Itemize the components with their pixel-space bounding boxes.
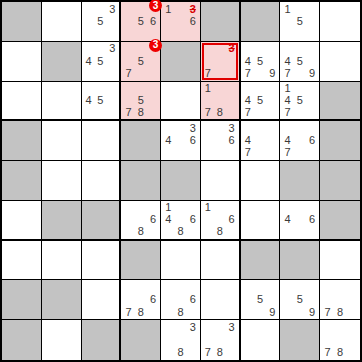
candidate-8: 8 bbox=[334, 306, 347, 318]
cell-r3c5[interactable] bbox=[161, 82, 201, 122]
cell-r8c7[interactable]: 59 bbox=[241, 280, 281, 320]
candidate-7: 7 bbox=[242, 147, 254, 159]
cell-r4c4[interactable] bbox=[121, 121, 161, 161]
cell-r9c1[interactable] bbox=[2, 320, 42, 360]
cell-r8c4[interactable]: 678 bbox=[121, 280, 161, 320]
hint-eliminated-candidate-3: 3 bbox=[187, 3, 199, 15]
given-digit bbox=[121, 121, 160, 160]
candidate-6: 6 bbox=[147, 214, 159, 226]
candidate-5: 5 bbox=[94, 94, 106, 106]
solved-digit bbox=[201, 241, 239, 280]
cell-r2c5[interactable] bbox=[161, 42, 201, 82]
candidate-4: 4 bbox=[281, 55, 293, 67]
pencil-marks: 378 bbox=[202, 321, 238, 359]
pencil-marks: 4579 bbox=[242, 43, 279, 80]
given-digit bbox=[82, 320, 120, 360]
cell-r7c9[interactable] bbox=[320, 241, 360, 281]
candidate-7: 7 bbox=[122, 67, 134, 79]
candidate-7: 7 bbox=[321, 306, 334, 318]
cell-r2c2[interactable] bbox=[42, 42, 82, 82]
pencil-marks: 168 bbox=[202, 202, 238, 238]
given-digit bbox=[2, 2, 41, 41]
candidate-8: 8 bbox=[174, 226, 186, 238]
candidate-1: 1 bbox=[281, 3, 293, 15]
given-digit bbox=[2, 161, 41, 200]
candidate-1: 1 bbox=[202, 202, 214, 214]
cell-r8c9[interactable]: 78 bbox=[320, 280, 360, 320]
given-digit bbox=[280, 320, 319, 360]
given-digit bbox=[320, 121, 360, 160]
candidate-7: 7 bbox=[202, 106, 214, 118]
cell-r7c4[interactable] bbox=[121, 241, 161, 281]
candidate-5: 5 bbox=[254, 94, 266, 106]
hint-circled-candidate-3: 3 bbox=[149, 39, 162, 52]
given-digit bbox=[320, 201, 360, 239]
pencil-marks: 345 bbox=[83, 43, 119, 80]
cell-r1c1[interactable] bbox=[2, 2, 42, 42]
cell-r3c3[interactable]: 45 bbox=[82, 82, 122, 122]
cell-r3c8[interactable]: 1457 bbox=[280, 82, 320, 122]
solved-digit bbox=[82, 241, 120, 280]
candidate-4: 4 bbox=[162, 135, 174, 147]
cell-r7c6[interactable] bbox=[201, 241, 241, 281]
solved-digit bbox=[241, 201, 280, 239]
candidate-3: 3 bbox=[187, 321, 199, 334]
given-digit bbox=[320, 161, 360, 200]
cell-r5c3[interactable] bbox=[82, 161, 122, 201]
cell-r2c9[interactable] bbox=[320, 42, 360, 82]
candidate-7: 7 bbox=[122, 306, 134, 318]
candidate-6: 6 bbox=[226, 214, 238, 226]
cell-r6c1[interactable] bbox=[2, 201, 42, 241]
candidate-3: 3 bbox=[187, 122, 199, 134]
cell-r4c8[interactable]: 467 bbox=[280, 121, 320, 161]
candidate-9: 9 bbox=[306, 67, 318, 79]
candidate-8: 8 bbox=[174, 306, 186, 318]
given-digit bbox=[161, 42, 200, 81]
pencil-marks: 78 bbox=[321, 321, 359, 359]
pencil-marks: 357 bbox=[122, 43, 159, 80]
cell-r6c5[interactable]: 1468 bbox=[161, 201, 201, 241]
candidate-6: 6 bbox=[187, 214, 199, 226]
pencil-marks: 59 bbox=[242, 281, 279, 318]
candidate-7: 7 bbox=[281, 147, 293, 159]
given-digit bbox=[161, 161, 200, 200]
cell-r1c2[interactable] bbox=[42, 2, 82, 42]
pencil-marks: 47 bbox=[242, 122, 279, 159]
candidate-4: 4 bbox=[242, 94, 254, 106]
given-digit bbox=[121, 241, 160, 280]
given-digit bbox=[280, 241, 319, 280]
cell-r2c1[interactable] bbox=[2, 42, 42, 82]
given-digit bbox=[201, 2, 239, 41]
solved-digit bbox=[42, 241, 81, 280]
cell-r9c5[interactable]: 38 bbox=[161, 320, 201, 360]
cell-r5c8[interactable] bbox=[280, 161, 320, 201]
candidate-6: 6 bbox=[306, 135, 318, 147]
solved-digit bbox=[42, 320, 81, 360]
candidate-5: 5 bbox=[135, 15, 147, 27]
solved-digit bbox=[320, 241, 360, 280]
cell-r9c9[interactable]: 78 bbox=[320, 320, 360, 360]
pencil-marks: 37 bbox=[202, 43, 238, 80]
cell-r2c7[interactable]: 4579 bbox=[241, 42, 281, 82]
candidate-5: 5 bbox=[294, 94, 306, 106]
solved-digit bbox=[2, 201, 41, 239]
cell-r2c3[interactable]: 345 bbox=[82, 42, 122, 82]
pencil-marks: 35 bbox=[83, 3, 119, 40]
candidate-3: 3 bbox=[226, 321, 238, 334]
given-digit bbox=[121, 320, 160, 360]
cell-r9c7[interactable] bbox=[241, 320, 281, 360]
solved-digit bbox=[42, 82, 81, 120]
cell-r1c6[interactable] bbox=[201, 2, 241, 42]
pencil-marks: 46 bbox=[281, 202, 318, 238]
pencil-marks: 467 bbox=[281, 122, 318, 159]
pencil-marks: 136 bbox=[162, 3, 199, 40]
candidate-9: 9 bbox=[306, 306, 318, 318]
cell-r1c5[interactable]: 136 bbox=[161, 2, 201, 42]
cell-r2c6[interactable]: 37 bbox=[201, 42, 241, 82]
candidate-5: 5 bbox=[254, 294, 266, 306]
given-digit bbox=[2, 320, 41, 360]
cell-r8c2[interactable] bbox=[42, 280, 82, 320]
cell-r6c2[interactable] bbox=[42, 201, 82, 241]
given-digit bbox=[320, 82, 360, 120]
cell-r6c3[interactable] bbox=[82, 201, 122, 241]
solved-digit bbox=[42, 121, 81, 160]
given-digit bbox=[241, 241, 280, 280]
candidate-4: 4 bbox=[162, 214, 174, 226]
pencil-marks: 4579 bbox=[281, 43, 318, 80]
cell-r4c5[interactable]: 346 bbox=[161, 121, 201, 161]
cell-r6c8[interactable]: 46 bbox=[280, 201, 320, 241]
candidate-7: 7 bbox=[281, 106, 293, 118]
pencil-marks: 346 bbox=[162, 122, 199, 159]
cell-r2c4[interactable]: 357 bbox=[121, 42, 161, 82]
candidate-5: 5 bbox=[254, 55, 266, 67]
candidate-9: 9 bbox=[266, 67, 278, 79]
cell-r2c8[interactable]: 4579 bbox=[280, 42, 320, 82]
hint-eliminated-candidate-3: 3 bbox=[226, 43, 238, 55]
given-digit bbox=[280, 161, 319, 200]
cell-r7c8[interactable] bbox=[280, 241, 320, 281]
cell-r7c3[interactable] bbox=[82, 241, 122, 281]
pencil-marks: 578 bbox=[122, 83, 159, 119]
cell-r3c4[interactable]: 578 bbox=[121, 82, 161, 122]
candidate-5: 5 bbox=[94, 15, 106, 27]
candidate-8: 8 bbox=[214, 106, 226, 118]
cell-r9c4[interactable] bbox=[121, 320, 161, 360]
cell-r5c1[interactable] bbox=[2, 161, 42, 201]
solved-digit bbox=[82, 280, 120, 319]
cell-r1c7[interactable] bbox=[241, 2, 281, 42]
pencil-marks: 36 bbox=[202, 122, 238, 159]
candidate-7: 7 bbox=[202, 67, 214, 79]
cell-r3c2[interactable] bbox=[42, 82, 82, 122]
candidate-6: 6 bbox=[147, 15, 159, 27]
candidate-4: 4 bbox=[242, 55, 254, 67]
cell-r9c3[interactable] bbox=[82, 320, 122, 360]
candidate-8: 8 bbox=[135, 226, 147, 238]
candidate-7: 7 bbox=[242, 67, 254, 79]
given-digit bbox=[42, 42, 81, 81]
solved-digit bbox=[42, 2, 81, 41]
given-digit bbox=[241, 2, 280, 41]
candidate-4: 4 bbox=[83, 94, 95, 106]
cell-r4c9[interactable] bbox=[320, 121, 360, 161]
candidate-8: 8 bbox=[334, 346, 347, 359]
cell-r5c5[interactable] bbox=[161, 161, 201, 201]
candidate-7: 7 bbox=[281, 67, 293, 79]
cell-r4c2[interactable] bbox=[42, 121, 82, 161]
cell-r5c9[interactable] bbox=[320, 161, 360, 201]
cell-r5c4[interactable] bbox=[121, 161, 161, 201]
candidate-4: 4 bbox=[281, 94, 293, 106]
given-digit bbox=[42, 201, 81, 239]
solved-digit bbox=[320, 42, 360, 81]
pencil-marks: 45 bbox=[83, 83, 119, 119]
pencil-marks: 356 bbox=[122, 3, 159, 40]
solved-digit bbox=[2, 42, 41, 81]
sudoku-board: 3535613615345357374579457945578178457145… bbox=[0, 0, 362, 362]
given-digit bbox=[2, 121, 41, 160]
cell-r8c8[interactable]: 59 bbox=[280, 280, 320, 320]
candidate-3: 3 bbox=[106, 43, 118, 55]
candidate-6: 6 bbox=[147, 294, 159, 306]
cell-r1c3[interactable]: 35 bbox=[82, 2, 122, 42]
candidate-8: 8 bbox=[135, 106, 147, 118]
candidate-6: 6 bbox=[187, 294, 199, 306]
cell-r3c7[interactable]: 457 bbox=[241, 82, 281, 122]
pencil-marks: 1468 bbox=[162, 202, 199, 238]
candidate-5: 5 bbox=[294, 294, 306, 306]
candidate-6: 6 bbox=[187, 15, 199, 27]
candidate-5: 5 bbox=[135, 94, 147, 106]
cell-r4c3[interactable] bbox=[82, 121, 122, 161]
pencil-marks: 38 bbox=[162, 321, 199, 359]
candidate-1: 1 bbox=[281, 83, 293, 95]
cell-r5c6[interactable] bbox=[201, 161, 241, 201]
pencil-marks: 1457 bbox=[281, 83, 318, 119]
candidate-6: 6 bbox=[187, 135, 199, 147]
solved-digit bbox=[42, 161, 81, 200]
solved-digit bbox=[2, 82, 41, 120]
pencil-marks: 15 bbox=[281, 3, 318, 40]
cell-r6c9[interactable] bbox=[320, 201, 360, 241]
solved-digit bbox=[161, 241, 200, 280]
cell-r7c7[interactable] bbox=[241, 241, 281, 281]
candidate-4: 4 bbox=[281, 214, 293, 226]
candidate-8: 8 bbox=[135, 306, 147, 318]
cell-r4c7[interactable]: 47 bbox=[241, 121, 281, 161]
pencil-marks: 78 bbox=[321, 281, 359, 318]
candidate-1: 1 bbox=[162, 202, 174, 214]
candidate-7: 7 bbox=[122, 106, 134, 118]
cell-r1c4[interactable]: 356 bbox=[121, 2, 161, 42]
cell-r4c1[interactable] bbox=[2, 121, 42, 161]
candidate-5: 5 bbox=[94, 55, 106, 67]
solved-digit bbox=[241, 320, 280, 360]
candidate-8: 8 bbox=[214, 226, 226, 238]
solved-digit bbox=[2, 241, 41, 280]
candidate-4: 4 bbox=[242, 135, 254, 147]
candidate-8: 8 bbox=[174, 346, 186, 359]
candidate-4: 4 bbox=[83, 55, 95, 67]
pencil-marks: 68 bbox=[122, 202, 159, 238]
candidate-5: 5 bbox=[135, 55, 147, 67]
solved-digit bbox=[82, 121, 120, 160]
cell-r1c9[interactable] bbox=[320, 2, 360, 42]
candidate-7: 7 bbox=[242, 106, 254, 118]
solved-digit bbox=[320, 2, 360, 41]
cell-r5c2[interactable] bbox=[42, 161, 82, 201]
given-digit bbox=[121, 161, 160, 200]
candidate-1: 1 bbox=[202, 83, 214, 95]
candidate-4: 4 bbox=[281, 135, 293, 147]
pencil-marks: 678 bbox=[122, 281, 159, 318]
candidate-5: 5 bbox=[294, 15, 306, 27]
cell-r7c1[interactable] bbox=[2, 241, 42, 281]
pencil-marks: 457 bbox=[242, 83, 279, 119]
cell-r8c5[interactable]: 68 bbox=[161, 280, 201, 320]
cell-r1c8[interactable]: 15 bbox=[280, 2, 320, 42]
cell-r8c6[interactable] bbox=[201, 280, 241, 320]
candidate-7: 7 bbox=[202, 346, 214, 359]
pencil-marks: 178 bbox=[202, 83, 238, 119]
cell-r3c1[interactable] bbox=[2, 82, 42, 122]
cell-r6c4[interactable]: 68 bbox=[121, 201, 161, 241]
solved-digit bbox=[161, 82, 200, 120]
pencil-marks: 68 bbox=[162, 281, 199, 318]
solved-digit bbox=[201, 280, 239, 319]
solved-digit bbox=[82, 161, 120, 200]
candidate-5: 5 bbox=[294, 55, 306, 67]
cell-r8c1[interactable] bbox=[2, 280, 42, 320]
given-digit bbox=[42, 280, 81, 319]
cell-r5c7[interactable] bbox=[241, 161, 281, 201]
cell-r8c3[interactable] bbox=[82, 280, 122, 320]
candidate-1: 1 bbox=[162, 3, 174, 15]
candidate-6: 6 bbox=[226, 135, 238, 147]
cell-r7c2[interactable] bbox=[42, 241, 82, 281]
solved-digit bbox=[201, 161, 239, 200]
candidate-3: 3 bbox=[226, 122, 238, 134]
cell-r4c6[interactable]: 36 bbox=[201, 121, 241, 161]
candidate-9: 9 bbox=[266, 306, 278, 318]
cell-r9c2[interactable] bbox=[42, 320, 82, 360]
given-digit bbox=[2, 280, 41, 319]
candidate-8: 8 bbox=[214, 346, 226, 359]
cell-r6c6[interactable]: 168 bbox=[201, 201, 241, 241]
cell-r3c9[interactable] bbox=[320, 82, 360, 122]
candidate-3: 3 bbox=[106, 3, 118, 15]
cell-r7c5[interactable] bbox=[161, 241, 201, 281]
pencil-marks: 59 bbox=[281, 281, 318, 318]
candidate-7: 7 bbox=[321, 346, 334, 359]
candidate-6: 6 bbox=[306, 214, 318, 226]
cell-r9c8[interactable] bbox=[280, 320, 320, 360]
solved-digit bbox=[241, 161, 280, 200]
cell-r3c6[interactable]: 178 bbox=[201, 82, 241, 122]
given-digit bbox=[82, 201, 120, 239]
cell-r6c7[interactable] bbox=[241, 201, 281, 241]
cell-r9c6[interactable]: 378 bbox=[201, 320, 241, 360]
